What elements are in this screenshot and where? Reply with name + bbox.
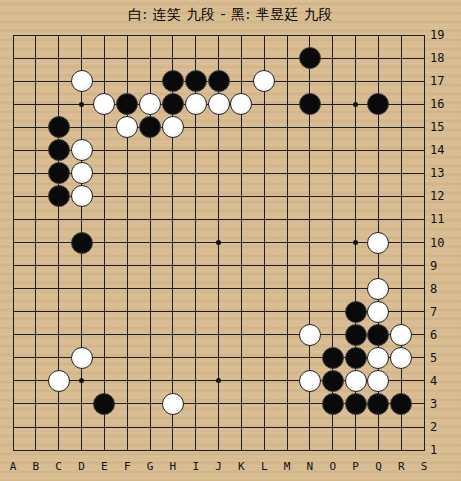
- white-stone-Q10[interactable]: [367, 232, 389, 254]
- row-label-11: 11: [430, 212, 444, 226]
- black-stone-H17[interactable]: [162, 70, 184, 92]
- black-stone-N16[interactable]: [299, 93, 321, 115]
- row-label-19: 19: [430, 28, 444, 42]
- column-label-F: F: [124, 460, 131, 473]
- black-stone-C14[interactable]: [48, 139, 70, 161]
- black-stone-P5[interactable]: [345, 347, 367, 369]
- star-point-J4: [216, 378, 221, 383]
- black-stone-N18[interactable]: [299, 47, 321, 69]
- white-stone-H15[interactable]: [162, 116, 184, 138]
- star-point-P10: [353, 240, 358, 245]
- column-label-O: O: [329, 460, 336, 473]
- black-stone-Q6[interactable]: [367, 324, 389, 346]
- black-stone-I17[interactable]: [185, 70, 207, 92]
- board-vertical-line: [264, 35, 265, 451]
- white-stone-Q7[interactable]: [367, 301, 389, 323]
- black-stone-R3[interactable]: [390, 393, 412, 415]
- white-stone-D12[interactable]: [71, 185, 93, 207]
- black-stone-J17[interactable]: [208, 70, 230, 92]
- white-stone-D13[interactable]: [71, 162, 93, 184]
- white-stone-Q5[interactable]: [367, 347, 389, 369]
- black-stone-O4[interactable]: [322, 370, 344, 392]
- row-label-13: 13: [430, 166, 444, 180]
- column-label-K: K: [238, 460, 245, 473]
- white-stone-H3[interactable]: [162, 393, 184, 415]
- white-stone-D5[interactable]: [71, 347, 93, 369]
- board-vertical-line: [401, 35, 402, 451]
- row-label-12: 12: [430, 189, 444, 203]
- row-label-6: 6: [430, 328, 437, 342]
- star-point-D16: [79, 102, 84, 107]
- row-label-4: 4: [430, 374, 437, 388]
- star-point-P16: [353, 102, 358, 107]
- column-label-S: S: [421, 460, 428, 473]
- row-label-16: 16: [430, 97, 444, 111]
- column-label-A: A: [10, 460, 17, 473]
- white-stone-J16[interactable]: [208, 93, 230, 115]
- white-stone-R5[interactable]: [390, 347, 412, 369]
- row-label-2: 2: [430, 420, 437, 434]
- black-stone-C13[interactable]: [48, 162, 70, 184]
- board-horizontal-line: [13, 265, 425, 266]
- black-stone-P7[interactable]: [345, 301, 367, 323]
- column-label-L: L: [261, 460, 268, 473]
- black-stone-Q3[interactable]: [367, 393, 389, 415]
- row-label-8: 8: [430, 282, 437, 296]
- black-stone-F16[interactable]: [116, 93, 138, 115]
- black-stone-C15[interactable]: [48, 116, 70, 138]
- column-label-H: H: [170, 460, 177, 473]
- black-stone-C12[interactable]: [48, 185, 70, 207]
- white-stone-N4[interactable]: [299, 370, 321, 392]
- column-label-J: J: [215, 460, 222, 473]
- column-label-I: I: [192, 460, 199, 473]
- board-vertical-line: [424, 35, 425, 451]
- row-label-7: 7: [430, 305, 437, 319]
- column-label-P: P: [352, 460, 359, 473]
- star-point-J10: [216, 240, 221, 245]
- white-stone-I16[interactable]: [185, 93, 207, 115]
- black-stone-O5[interactable]: [322, 347, 344, 369]
- black-stone-E3[interactable]: [93, 393, 115, 415]
- black-stone-P3[interactable]: [345, 393, 367, 415]
- white-stone-G16[interactable]: [139, 93, 161, 115]
- row-label-15: 15: [430, 120, 444, 134]
- white-stone-Q8[interactable]: [367, 278, 389, 300]
- board-horizontal-line: [13, 288, 425, 289]
- black-stone-G15[interactable]: [139, 116, 161, 138]
- game-title: 白: 连笑 九段 - 黑: 芈昱廷 九段: [0, 6, 461, 24]
- white-stone-E16[interactable]: [93, 93, 115, 115]
- column-label-Q: Q: [375, 460, 382, 473]
- black-stone-O3[interactable]: [322, 393, 344, 415]
- column-label-M: M: [284, 460, 291, 473]
- white-stone-R6[interactable]: [390, 324, 412, 346]
- white-stone-Q4[interactable]: [367, 370, 389, 392]
- white-stone-C4[interactable]: [48, 370, 70, 392]
- white-stone-L17[interactable]: [253, 70, 275, 92]
- row-label-1: 1: [430, 443, 437, 457]
- row-label-9: 9: [430, 259, 437, 273]
- white-stone-D14[interactable]: [71, 139, 93, 161]
- column-label-N: N: [307, 460, 314, 473]
- column-label-B: B: [33, 460, 40, 473]
- black-stone-Q16[interactable]: [367, 93, 389, 115]
- board-horizontal-line: [13, 427, 425, 428]
- go-app-window: 白: 连笑 九段 - 黑: 芈昱廷 九段 ABCDEFGHIJKLMNOPQRS…: [0, 0, 461, 481]
- row-label-14: 14: [430, 143, 444, 157]
- column-label-E: E: [101, 460, 108, 473]
- column-label-C: C: [55, 460, 62, 473]
- black-stone-D10[interactable]: [71, 232, 93, 254]
- row-label-10: 10: [430, 236, 444, 250]
- board-horizontal-line: [13, 450, 425, 451]
- row-label-5: 5: [430, 351, 437, 365]
- black-stone-P6[interactable]: [345, 324, 367, 346]
- column-label-D: D: [78, 460, 85, 473]
- white-stone-P4[interactable]: [345, 370, 367, 392]
- white-stone-N6[interactable]: [299, 324, 321, 346]
- black-stone-H16[interactable]: [162, 93, 184, 115]
- column-label-G: G: [147, 460, 154, 473]
- row-label-3: 3: [430, 397, 437, 411]
- white-stone-K16[interactable]: [230, 93, 252, 115]
- row-label-18: 18: [430, 51, 444, 65]
- white-stone-F15[interactable]: [116, 116, 138, 138]
- column-label-R: R: [398, 460, 405, 473]
- board-vertical-line: [287, 35, 288, 451]
- star-point-D4: [79, 378, 84, 383]
- row-label-17: 17: [430, 74, 444, 88]
- white-stone-D17[interactable]: [71, 70, 93, 92]
